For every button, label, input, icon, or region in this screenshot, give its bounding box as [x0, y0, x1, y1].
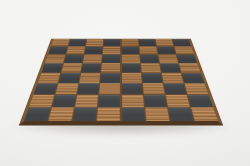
- square-h7: [174, 47, 194, 55]
- square-h6: [177, 55, 197, 63]
- square-c4: [80, 73, 101, 83]
- square-b4: [59, 73, 81, 83]
- square-d5: [102, 63, 121, 72]
- photo-background: [0, 0, 250, 166]
- square-c1: [73, 108, 97, 121]
- square-c2: [75, 95, 98, 107]
- square-f1: [145, 108, 169, 121]
- square-f6: [140, 55, 159, 63]
- square-h8: [172, 39, 191, 46]
- square-c7: [85, 47, 103, 55]
- square-g5: [160, 63, 181, 72]
- square-d8: [104, 39, 121, 46]
- square-a8: [51, 39, 70, 46]
- square-g7: [157, 47, 176, 55]
- square-d6: [102, 55, 120, 63]
- square-e6: [121, 55, 139, 63]
- square-b2: [52, 95, 76, 107]
- square-c8: [86, 39, 103, 46]
- square-e8: [121, 39, 138, 46]
- square-h2: [188, 95, 213, 107]
- square-h3: [184, 83, 208, 94]
- square-a7: [48, 47, 68, 55]
- square-e3: [122, 83, 143, 94]
- square-f5: [141, 63, 161, 72]
- square-f4: [142, 73, 163, 83]
- square-f3: [142, 83, 164, 94]
- square-e4: [121, 73, 141, 83]
- square-g8: [155, 39, 173, 46]
- square-g3: [163, 83, 186, 94]
- square-e1: [122, 108, 145, 121]
- square-b7: [66, 47, 85, 55]
- square-g2: [166, 95, 190, 107]
- square-f8: [138, 39, 155, 46]
- square-a6: [45, 55, 65, 63]
- square-h1: [191, 108, 218, 121]
- square-d3: [100, 83, 121, 94]
- square-c5: [82, 63, 102, 72]
- square-h5: [179, 63, 200, 72]
- square-c6: [83, 55, 102, 63]
- square-a5: [42, 63, 63, 72]
- square-d4: [101, 73, 121, 83]
- square-b5: [62, 63, 83, 72]
- square-h4: [182, 73, 205, 83]
- square-e2: [122, 95, 144, 107]
- square-f2: [144, 95, 167, 107]
- square-b8: [69, 39, 87, 46]
- square-e5: [121, 63, 140, 72]
- square-a1: [24, 108, 51, 121]
- square-g6: [158, 55, 178, 63]
- square-d2: [98, 95, 120, 107]
- square-f7: [139, 47, 157, 55]
- chess-board: [19, 39, 223, 126]
- square-b6: [64, 55, 84, 63]
- square-a3: [34, 83, 58, 94]
- square-c3: [78, 83, 100, 94]
- square-b1: [49, 108, 75, 121]
- square-g4: [162, 73, 184, 83]
- center-seam: [120, 39, 122, 121]
- board-perspective-wrapper: [19, 39, 223, 126]
- square-a4: [38, 73, 61, 83]
- square-d7: [103, 47, 120, 55]
- square-a2: [29, 95, 54, 107]
- square-e7: [121, 47, 138, 55]
- square-b3: [56, 83, 79, 94]
- square-d1: [97, 108, 120, 121]
- square-g1: [168, 108, 194, 121]
